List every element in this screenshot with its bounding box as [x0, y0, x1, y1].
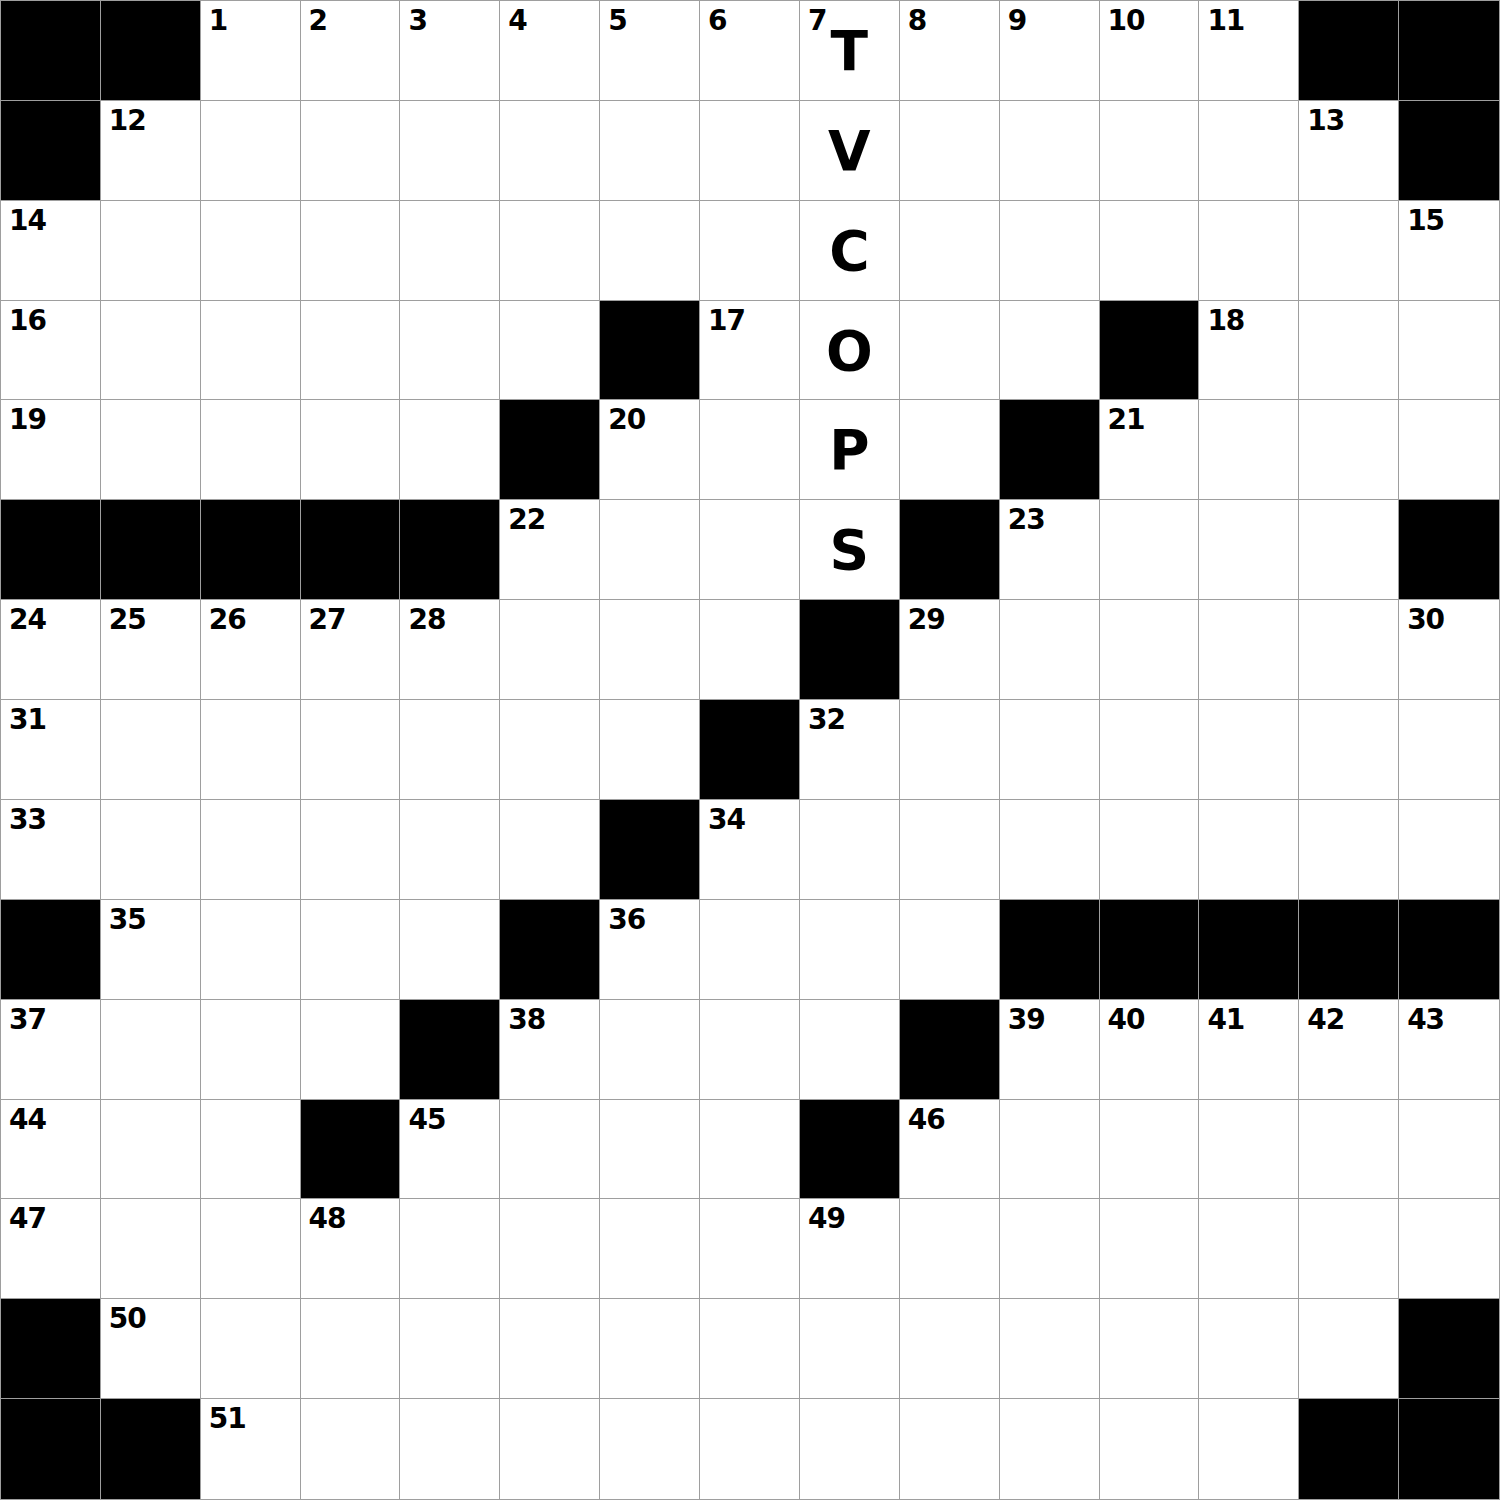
cell-r6c11[interactable]: [1100, 600, 1200, 700]
clue-number-7: 7: [808, 7, 826, 35]
cell-r4c1[interactable]: [101, 400, 201, 500]
cell-r6c5[interactable]: [500, 600, 600, 700]
cell-r12c14[interactable]: [1399, 1199, 1499, 1299]
cell-r6c13[interactable]: [1299, 600, 1399, 700]
clue-number-14: 14: [9, 207, 46, 235]
black-cell-r13c0: [1, 1299, 101, 1399]
black-cell-r5c3: [301, 500, 401, 600]
cell-r12c8[interactable]: 49: [800, 1199, 900, 1299]
clue-number-12: 12: [109, 107, 146, 135]
cell-r8c1[interactable]: [101, 800, 201, 900]
cell-r8c11[interactable]: [1100, 800, 1200, 900]
cell-r13c1[interactable]: 50: [101, 1299, 201, 1399]
cell-r6c10[interactable]: [1000, 600, 1100, 700]
cell-r14c10[interactable]: [1000, 1399, 1100, 1499]
cell-r8c4[interactable]: [400, 800, 500, 900]
cell-r11c2[interactable]: [201, 1100, 301, 1200]
cell-r14c3[interactable]: [301, 1399, 401, 1499]
cell-r4c7[interactable]: [700, 400, 800, 500]
black-cell-r9c10: [1000, 900, 1100, 1000]
clue-number-46: 46: [908, 1106, 945, 1134]
cell-r0c8[interactable]: 7T: [800, 1, 900, 101]
cell-r10c6[interactable]: [600, 1000, 700, 1100]
clue-number-19: 19: [9, 406, 46, 434]
clue-number-6: 6: [708, 7, 726, 35]
cell-r7c2[interactable]: [201, 700, 301, 800]
cell-r14c7[interactable]: [700, 1399, 800, 1499]
cell-r11c0[interactable]: 44: [1, 1100, 101, 1200]
cell-r11c6[interactable]: [600, 1100, 700, 1200]
clue-number-10: 10: [1108, 7, 1145, 35]
cell-r10c0[interactable]: 37: [1, 1000, 101, 1100]
clue-number-44: 44: [9, 1106, 46, 1134]
cell-r5c10[interactable]: 23: [1000, 500, 1100, 600]
black-cell-r1c0: [1, 101, 101, 201]
cell-r1c5[interactable]: [500, 101, 600, 201]
cell-r8c7[interactable]: 34: [700, 800, 800, 900]
clue-number-32: 32: [808, 706, 845, 734]
clue-number-41: 41: [1207, 1006, 1244, 1034]
cell-r9c1[interactable]: 35: [101, 900, 201, 1000]
cell-r4c9[interactable]: [900, 400, 1000, 500]
cell-r2c9[interactable]: [900, 201, 1000, 301]
cell-r10c3[interactable]: [301, 1000, 401, 1100]
clue-number-4: 4: [508, 7, 526, 35]
black-cell-r1c14: [1399, 101, 1499, 201]
cell-r12c6[interactable]: [600, 1199, 700, 1299]
cell-r3c14[interactable]: [1399, 301, 1499, 401]
black-cell-r14c14: [1399, 1399, 1499, 1499]
cell-r12c9[interactable]: [900, 1199, 1000, 1299]
black-cell-r10c4: [400, 1000, 500, 1100]
cell-r13c6[interactable]: [600, 1299, 700, 1399]
cell-r7c14[interactable]: [1399, 700, 1499, 800]
cell-r0c7[interactable]: 6: [700, 1, 800, 101]
cell-r6c2[interactable]: 26: [201, 600, 301, 700]
clue-number-26: 26: [209, 606, 246, 634]
cell-r11c7[interactable]: [700, 1100, 800, 1200]
cell-r7c6[interactable]: [600, 700, 700, 800]
cell-r11c13[interactable]: [1299, 1100, 1399, 1200]
clue-number-9: 9: [1008, 7, 1026, 35]
cell-r10c8[interactable]: [800, 1000, 900, 1100]
cell-r1c4[interactable]: [400, 101, 500, 201]
cell-r3c0[interactable]: 16: [1, 301, 101, 401]
clue-number-3: 3: [408, 7, 426, 35]
cell-letter: C: [829, 224, 869, 279]
cell-r5c12[interactable]: [1199, 500, 1299, 600]
black-cell-r4c5: [500, 400, 600, 500]
cell-r1c1[interactable]: 12: [101, 101, 201, 201]
cell-r1c2[interactable]: [201, 101, 301, 201]
cell-r13c8[interactable]: [800, 1299, 900, 1399]
cell-r14c5[interactable]: [500, 1399, 600, 1499]
black-cell-r4c10: [1000, 400, 1100, 500]
cell-r0c5[interactable]: 4: [500, 1, 600, 101]
cell-r4c2[interactable]: [201, 400, 301, 500]
black-cell-r5c1: [101, 500, 201, 600]
black-cell-r0c0: [1, 1, 101, 101]
cell-r1c9[interactable]: [900, 101, 1000, 201]
cell-r11c5[interactable]: [500, 1100, 600, 1200]
cell-r7c0[interactable]: 31: [1, 700, 101, 800]
cell-r9c3[interactable]: [301, 900, 401, 1000]
clue-number-30: 30: [1407, 606, 1444, 634]
cell-r5c8[interactable]: S: [800, 500, 900, 600]
cell-r14c2[interactable]: 51: [201, 1399, 301, 1499]
crossword-grid: 1234567T89101112V1314C151617O181920P2122…: [0, 0, 1500, 1500]
cell-r12c11[interactable]: [1100, 1199, 1200, 1299]
cell-r6c14[interactable]: 30: [1399, 600, 1499, 700]
cell-r8c13[interactable]: [1299, 800, 1399, 900]
clue-number-51: 51: [209, 1405, 246, 1433]
cell-r0c9[interactable]: 8: [900, 1, 1000, 101]
cell-r10c12[interactable]: 41: [1199, 1000, 1299, 1100]
clue-number-33: 33: [9, 806, 46, 834]
cell-r8c3[interactable]: [301, 800, 401, 900]
cell-r13c4[interactable]: [400, 1299, 500, 1399]
cell-r3c8[interactable]: O: [800, 301, 900, 401]
clue-number-38: 38: [508, 1006, 545, 1034]
cell-r7c8[interactable]: 32: [800, 700, 900, 800]
black-cell-r9c13: [1299, 900, 1399, 1000]
cell-r4c0[interactable]: 19: [1, 400, 101, 500]
cell-r0c12[interactable]: 11: [1199, 1, 1299, 101]
cell-r0c6[interactable]: 5: [600, 1, 700, 101]
clue-number-5: 5: [608, 7, 626, 35]
cell-r8c10[interactable]: [1000, 800, 1100, 900]
cell-r2c6[interactable]: [600, 201, 700, 301]
cell-r14c8[interactable]: [800, 1399, 900, 1499]
black-cell-r9c14: [1399, 900, 1499, 1000]
black-cell-r3c11: [1100, 301, 1200, 401]
clue-number-23: 23: [1008, 506, 1045, 534]
cell-r5c11[interactable]: [1100, 500, 1200, 600]
black-cell-r14c13: [1299, 1399, 1399, 1499]
cell-r13c7[interactable]: [700, 1299, 800, 1399]
cell-r3c2[interactable]: [201, 301, 301, 401]
black-cell-r13c14: [1399, 1299, 1499, 1399]
cell-r13c10[interactable]: [1000, 1299, 1100, 1399]
black-cell-r10c9: [900, 1000, 1000, 1100]
cell-r9c4[interactable]: [400, 900, 500, 1000]
cell-r0c2[interactable]: 1: [201, 1, 301, 101]
cell-r6c4[interactable]: 28: [400, 600, 500, 700]
clue-number-39: 39: [1008, 1006, 1045, 1034]
cell-r2c4[interactable]: [400, 201, 500, 301]
cell-r3c10[interactable]: [1000, 301, 1100, 401]
cell-r0c11[interactable]: 10: [1100, 1, 1200, 101]
cell-r14c6[interactable]: [600, 1399, 700, 1499]
cell-r0c4[interactable]: 3: [400, 1, 500, 101]
cell-r5c5[interactable]: 22: [500, 500, 600, 600]
cell-r8c9[interactable]: [900, 800, 1000, 900]
clue-number-34: 34: [708, 806, 745, 834]
cell-letter: P: [829, 423, 869, 478]
cell-r2c13[interactable]: [1299, 201, 1399, 301]
cell-r7c1[interactable]: [101, 700, 201, 800]
cell-r3c1[interactable]: [101, 301, 201, 401]
clue-number-47: 47: [9, 1205, 46, 1233]
cell-r12c13[interactable]: [1299, 1199, 1399, 1299]
clue-number-11: 11: [1207, 7, 1244, 35]
clue-number-37: 37: [9, 1006, 46, 1034]
cell-r6c7[interactable]: [700, 600, 800, 700]
cell-r6c1[interactable]: 25: [101, 600, 201, 700]
cell-r13c12[interactable]: [1199, 1299, 1299, 1399]
clue-number-29: 29: [908, 606, 945, 634]
cell-r10c13[interactable]: 42: [1299, 1000, 1399, 1100]
cell-r4c6[interactable]: 20: [600, 400, 700, 500]
black-cell-r9c5: [500, 900, 600, 1000]
cell-r2c11[interactable]: [1100, 201, 1200, 301]
cell-r5c6[interactable]: [600, 500, 700, 600]
clue-number-15: 15: [1407, 207, 1444, 235]
cell-letter: O: [826, 324, 873, 379]
black-cell-r9c11: [1100, 900, 1200, 1000]
cell-r3c9[interactable]: [900, 301, 1000, 401]
cell-r3c5[interactable]: [500, 301, 600, 401]
cell-r4c12[interactable]: [1199, 400, 1299, 500]
cell-letter: V: [828, 124, 871, 179]
black-cell-r6c8: [800, 600, 900, 700]
cell-r6c9[interactable]: 29: [900, 600, 1000, 700]
cell-r13c2[interactable]: [201, 1299, 301, 1399]
clue-number-27: 27: [309, 606, 346, 634]
black-cell-r5c4: [400, 500, 500, 600]
cell-r14c4[interactable]: [400, 1399, 500, 1499]
cell-r3c4[interactable]: [400, 301, 500, 401]
cell-r8c2[interactable]: [201, 800, 301, 900]
clue-number-22: 22: [508, 506, 545, 534]
cell-r9c9[interactable]: [900, 900, 1000, 1000]
cell-r9c2[interactable]: [201, 900, 301, 1000]
black-cell-r5c9: [900, 500, 1000, 600]
cell-letter: T: [831, 24, 869, 79]
cell-r8c0[interactable]: 33: [1, 800, 101, 900]
cell-r8c12[interactable]: [1199, 800, 1299, 900]
clue-number-13: 13: [1307, 107, 1344, 135]
clue-number-28: 28: [408, 606, 445, 634]
cell-r8c8[interactable]: [800, 800, 900, 900]
clue-number-35: 35: [109, 906, 146, 934]
cell-r11c9[interactable]: 46: [900, 1100, 1000, 1200]
clue-number-43: 43: [1407, 1006, 1444, 1034]
cell-r1c7[interactable]: [700, 101, 800, 201]
cell-r9c8[interactable]: [800, 900, 900, 1000]
cell-r12c4[interactable]: [400, 1199, 500, 1299]
cell-r13c13[interactable]: [1299, 1299, 1399, 1399]
clue-number-31: 31: [9, 706, 46, 734]
cell-r13c5[interactable]: [500, 1299, 600, 1399]
cell-r10c10[interactable]: 39: [1000, 1000, 1100, 1100]
cell-r1c10[interactable]: [1000, 101, 1100, 201]
cell-r5c13[interactable]: [1299, 500, 1399, 600]
clue-number-36: 36: [608, 906, 645, 934]
cell-r6c12[interactable]: [1199, 600, 1299, 700]
cell-r7c4[interactable]: [400, 700, 500, 800]
clue-number-8: 8: [908, 7, 926, 35]
cell-r12c2[interactable]: [201, 1199, 301, 1299]
clue-number-45: 45: [408, 1106, 445, 1134]
clue-number-17: 17: [708, 307, 745, 335]
cell-r11c12[interactable]: [1199, 1100, 1299, 1200]
cell-r3c13[interactable]: [1299, 301, 1399, 401]
black-cell-r8c6: [600, 800, 700, 900]
cell-r1c12[interactable]: [1199, 101, 1299, 201]
cell-r3c7[interactable]: 17: [700, 301, 800, 401]
cell-r2c7[interactable]: [700, 201, 800, 301]
black-cell-r9c12: [1199, 900, 1299, 1000]
cell-r7c12[interactable]: [1199, 700, 1299, 800]
black-cell-r5c2: [201, 500, 301, 600]
cell-r2c12[interactable]: [1199, 201, 1299, 301]
cell-r7c9[interactable]: [900, 700, 1000, 800]
black-cell-r9c0: [1, 900, 101, 1000]
cell-r10c5[interactable]: 38: [500, 1000, 600, 1100]
cell-r11c11[interactable]: [1100, 1100, 1200, 1200]
cell-r0c10[interactable]: 9: [1000, 1, 1100, 101]
cell-r10c14[interactable]: 43: [1399, 1000, 1499, 1100]
cell-r12c12[interactable]: [1199, 1199, 1299, 1299]
cell-r1c8[interactable]: V: [800, 101, 900, 201]
black-cell-r11c3: [301, 1100, 401, 1200]
cell-r2c3[interactable]: [301, 201, 401, 301]
cell-r7c5[interactable]: [500, 700, 600, 800]
cell-r4c8[interactable]: P: [800, 400, 900, 500]
cell-r14c11[interactable]: [1100, 1399, 1200, 1499]
cell-r1c13[interactable]: 13: [1299, 101, 1399, 201]
clue-number-50: 50: [109, 1305, 146, 1333]
cell-r10c2[interactable]: [201, 1000, 301, 1100]
cell-r12c10[interactable]: [1000, 1199, 1100, 1299]
cell-r2c5[interactable]: [500, 201, 600, 301]
clue-number-18: 18: [1207, 307, 1244, 335]
cell-r11c10[interactable]: [1000, 1100, 1100, 1200]
cell-r10c1[interactable]: [101, 1000, 201, 1100]
clue-number-42: 42: [1307, 1006, 1344, 1034]
cell-r7c11[interactable]: [1100, 700, 1200, 800]
black-cell-r5c14: [1399, 500, 1499, 600]
clue-number-16: 16: [9, 307, 46, 335]
cell-r12c5[interactable]: [500, 1199, 600, 1299]
cell-r2c8[interactable]: C: [800, 201, 900, 301]
clue-number-40: 40: [1108, 1006, 1145, 1034]
cell-r10c7[interactable]: [700, 1000, 800, 1100]
cell-r2c2[interactable]: [201, 201, 301, 301]
cell-r14c12[interactable]: [1199, 1399, 1299, 1499]
cell-r3c3[interactable]: [301, 301, 401, 401]
black-cell-r3c6: [600, 301, 700, 401]
cell-r1c11[interactable]: [1100, 101, 1200, 201]
cell-r13c9[interactable]: [900, 1299, 1000, 1399]
clue-number-49: 49: [808, 1205, 845, 1233]
cell-r11c1[interactable]: [101, 1100, 201, 1200]
cell-r2c10[interactable]: [1000, 201, 1100, 301]
cell-r8c14[interactable]: [1399, 800, 1499, 900]
cell-r3c12[interactable]: 18: [1199, 301, 1299, 401]
cell-r2c14[interactable]: 15: [1399, 201, 1499, 301]
cell-r4c11[interactable]: 21: [1100, 400, 1200, 500]
cell-r10c11[interactable]: 40: [1100, 1000, 1200, 1100]
clue-number-24: 24: [9, 606, 46, 634]
black-cell-r14c0: [1, 1399, 101, 1499]
black-cell-r14c1: [101, 1399, 201, 1499]
cell-r7c3[interactable]: [301, 700, 401, 800]
black-cell-r0c1: [101, 1, 201, 101]
cell-r7c10[interactable]: [1000, 700, 1100, 800]
cell-r11c14[interactable]: [1399, 1100, 1499, 1200]
cell-r12c0[interactable]: 47: [1, 1199, 101, 1299]
cell-r9c6[interactable]: 36: [600, 900, 700, 1000]
cell-r0c3[interactable]: 2: [301, 1, 401, 101]
cell-r14c9[interactable]: [900, 1399, 1000, 1499]
black-cell-r0c13: [1299, 1, 1399, 101]
cell-r2c1[interactable]: [101, 201, 201, 301]
cell-r2c0[interactable]: 14: [1, 201, 101, 301]
cell-r4c3[interactable]: [301, 400, 401, 500]
cell-r4c4[interactable]: [400, 400, 500, 500]
black-cell-r7c7: [700, 700, 800, 800]
cell-r11c4[interactable]: 45: [400, 1100, 500, 1200]
cell-letter: S: [830, 523, 870, 578]
black-cell-r5c0: [1, 500, 101, 600]
cell-r1c6[interactable]: [600, 101, 700, 201]
cell-r12c1[interactable]: [101, 1199, 201, 1299]
clue-number-20: 20: [608, 406, 645, 434]
cell-r12c3[interactable]: 48: [301, 1199, 401, 1299]
cell-r6c0[interactable]: 24: [1, 600, 101, 700]
clue-number-25: 25: [109, 606, 146, 634]
cell-r6c3[interactable]: 27: [301, 600, 401, 700]
cell-r4c13[interactable]: [1299, 400, 1399, 500]
cell-r13c11[interactable]: [1100, 1299, 1200, 1399]
black-cell-r11c8: [800, 1100, 900, 1200]
clue-number-2: 2: [309, 7, 327, 35]
cell-r13c3[interactable]: [301, 1299, 401, 1399]
black-cell-r0c14: [1399, 1, 1499, 101]
clue-number-21: 21: [1108, 406, 1145, 434]
cell-r6c6[interactable]: [600, 600, 700, 700]
cell-r9c7[interactable]: [700, 900, 800, 1000]
cell-r8c5[interactable]: [500, 800, 600, 900]
cell-r12c7[interactable]: [700, 1199, 800, 1299]
cell-r4c14[interactable]: [1399, 400, 1499, 500]
cell-r5c7[interactable]: [700, 500, 800, 600]
cell-r1c3[interactable]: [301, 101, 401, 201]
clue-number-48: 48: [309, 1205, 346, 1233]
clue-number-1: 1: [209, 7, 227, 35]
cell-r7c13[interactable]: [1299, 700, 1399, 800]
